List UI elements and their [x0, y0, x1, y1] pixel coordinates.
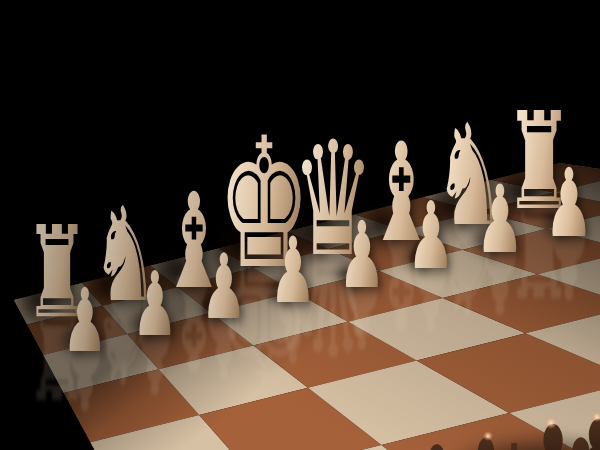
specular-highlight	[545, 417, 557, 429]
specular-highlight	[592, 412, 600, 422]
white-pawn-g2[interactable]: ♟	[132, 260, 178, 349]
chess-scene: ♜♞♝♚♛♝♞♜♟♟♟♟♟♟♟♟ ♜♞♟♝♛♟♚♟♝♟♞♟♜♟♟♟♟♟♟♟♟♚	[0, 0, 600, 450]
white-pawn-b2[interactable]: ♟	[476, 173, 525, 267]
white-pawn-d2[interactable]: ♟	[338, 210, 386, 302]
specular-highlight	[483, 431, 493, 441]
white-pawn-a2[interactable]: ♟	[544, 156, 593, 251]
white-pawn-h2[interactable]: ♟	[62, 277, 108, 365]
pieces-layer: ♜♞♟♝♛♟♚♟♝♟♞♟♜♟♟♟♟♟♟♟♟♚	[0, 0, 600, 450]
white-pawn-e2[interactable]: ♟	[269, 225, 316, 316]
white-pawn-c2[interactable]: ♟	[407, 190, 455, 283]
white-pawn-f2[interactable]: ♟	[201, 242, 248, 332]
